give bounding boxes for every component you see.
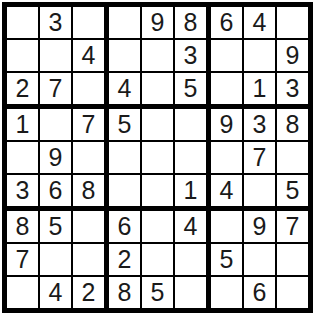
- cell-r7c1[interactable]: 8: [7, 211, 38, 242]
- cell-r7c7[interactable]: [211, 211, 242, 242]
- cell-r5c4[interactable]: [109, 142, 140, 173]
- cell-r6c6[interactable]: 1: [175, 175, 206, 206]
- cell-r2c9[interactable]: 9: [277, 40, 308, 71]
- cell-r6c8[interactable]: [244, 175, 275, 206]
- cell-r8c3[interactable]: [73, 244, 104, 275]
- cell-r5c7[interactable]: [211, 142, 242, 173]
- cell-r8c4[interactable]: 2: [109, 244, 140, 275]
- block-1-2: 938745: [211, 109, 308, 206]
- cell-r4c3[interactable]: 7: [73, 109, 104, 140]
- cell-r1c9[interactable]: [277, 7, 308, 38]
- cell-r7c5[interactable]: [142, 211, 173, 242]
- cell-r5c8[interactable]: 7: [244, 142, 275, 173]
- cell-r4c6[interactable]: [175, 109, 206, 140]
- cell-r9c2[interactable]: 4: [40, 277, 71, 308]
- cell-r8c1[interactable]: 7: [7, 244, 38, 275]
- cell-r4c8[interactable]: 3: [244, 109, 275, 140]
- cell-r8c2[interactable]: [40, 244, 71, 275]
- block-2-1: 64285: [109, 211, 206, 308]
- cell-r3c3[interactable]: [73, 73, 104, 104]
- cell-r2c5[interactable]: [142, 40, 173, 71]
- cell-r5c1[interactable]: [7, 142, 38, 173]
- cell-r4c7[interactable]: 9: [211, 109, 242, 140]
- cell-r9c8[interactable]: 6: [244, 277, 275, 308]
- cell-r8c8[interactable]: [244, 244, 275, 275]
- cell-r2c4[interactable]: [109, 40, 140, 71]
- cell-r6c2[interactable]: 6: [40, 175, 71, 206]
- block-2-0: 85742: [7, 211, 104, 308]
- cell-r3c1[interactable]: 2: [7, 73, 38, 104]
- cell-r7c6[interactable]: 4: [175, 211, 206, 242]
- cell-r9c5[interactable]: 5: [142, 277, 173, 308]
- cell-r7c2[interactable]: 5: [40, 211, 71, 242]
- cell-r2c3[interactable]: 4: [73, 40, 104, 71]
- cell-r5c3[interactable]: [73, 142, 104, 173]
- cell-r9c7[interactable]: [211, 277, 242, 308]
- cell-r5c2[interactable]: 9: [40, 142, 71, 173]
- cell-r3c7[interactable]: [211, 73, 242, 104]
- cell-r6c4[interactable]: [109, 175, 140, 206]
- block-2-2: 9756: [211, 211, 308, 308]
- cell-r8c9[interactable]: [277, 244, 308, 275]
- cell-r9c9[interactable]: [277, 277, 308, 308]
- cell-r3c5[interactable]: [142, 73, 173, 104]
- block-1-0: 179368: [7, 109, 104, 206]
- cell-r1c6[interactable]: 8: [175, 7, 206, 38]
- cell-r6c3[interactable]: 8: [73, 175, 104, 206]
- cell-r6c5[interactable]: [142, 175, 173, 206]
- cell-r7c9[interactable]: 7: [277, 211, 308, 242]
- cell-r9c6[interactable]: [175, 277, 206, 308]
- cell-r3c8[interactable]: 1: [244, 73, 275, 104]
- cell-r1c7[interactable]: 6: [211, 7, 242, 38]
- cell-r1c4[interactable]: [109, 7, 140, 38]
- block-1-1: 51: [109, 109, 206, 206]
- block-0-1: 98345: [109, 7, 206, 104]
- cell-r3c2[interactable]: 7: [40, 73, 71, 104]
- cell-r9c3[interactable]: 2: [73, 277, 104, 308]
- cell-r7c3[interactable]: [73, 211, 104, 242]
- cell-r3c9[interactable]: 3: [277, 73, 308, 104]
- cell-r9c1[interactable]: [7, 277, 38, 308]
- cell-r4c2[interactable]: [40, 109, 71, 140]
- cell-r1c2[interactable]: 3: [40, 7, 71, 38]
- block-0-2: 64913: [211, 7, 308, 104]
- cell-r6c1[interactable]: 3: [7, 175, 38, 206]
- cell-r1c8[interactable]: 4: [244, 7, 275, 38]
- cell-r7c8[interactable]: 9: [244, 211, 275, 242]
- cell-r5c6[interactable]: [175, 142, 206, 173]
- block-0-0: 3427: [7, 7, 104, 104]
- cell-r3c6[interactable]: 5: [175, 73, 206, 104]
- cell-r9c4[interactable]: 8: [109, 277, 140, 308]
- cell-r6c9[interactable]: 5: [277, 175, 308, 206]
- cell-r1c1[interactable]: [7, 7, 38, 38]
- cell-r5c9[interactable]: [277, 142, 308, 173]
- cell-r2c2[interactable]: [40, 40, 71, 71]
- page-background: 3427983456491317936851938745857426428597…: [0, 0, 315, 315]
- sudoku-board: 3427983456491317936851938745857426428597…: [2, 2, 313, 313]
- cell-r4c9[interactable]: 8: [277, 109, 308, 140]
- cell-r2c6[interactable]: 3: [175, 40, 206, 71]
- cell-r5c5[interactable]: [142, 142, 173, 173]
- cell-r4c1[interactable]: 1: [7, 109, 38, 140]
- cell-r4c4[interactable]: 5: [109, 109, 140, 140]
- cell-r7c4[interactable]: 6: [109, 211, 140, 242]
- cell-r2c1[interactable]: [7, 40, 38, 71]
- cell-r1c3[interactable]: [73, 7, 104, 38]
- cell-r4c5[interactable]: [142, 109, 173, 140]
- cell-r6c7[interactable]: 4: [211, 175, 242, 206]
- cell-r1c5[interactable]: 9: [142, 7, 173, 38]
- cell-r2c7[interactable]: [211, 40, 242, 71]
- cell-r8c5[interactable]: [142, 244, 173, 275]
- cell-r8c7[interactable]: 5: [211, 244, 242, 275]
- cell-r3c4[interactable]: 4: [109, 73, 140, 104]
- cell-r2c8[interactable]: [244, 40, 275, 71]
- cell-r8c6[interactable]: [175, 244, 206, 275]
